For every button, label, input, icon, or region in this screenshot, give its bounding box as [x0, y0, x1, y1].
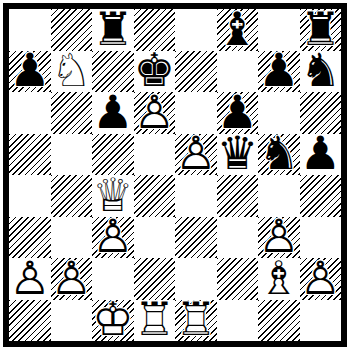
square-b2[interactable]: ♟♙	[51, 258, 93, 300]
piece-black-pawn: ♟	[92, 92, 134, 134]
piece-white-queen: ♛♕	[92, 175, 134, 217]
square-a2[interactable]: ♟♙	[9, 258, 51, 300]
white-pawn-icon: ♟	[92, 213, 134, 259]
white-pawn-outline-icon: ♙	[51, 255, 93, 301]
square-c1[interactable]: ♚♔	[92, 300, 134, 342]
square-b7[interactable]: ♞♘	[51, 51, 93, 93]
piece-white-knight: ♞♘	[51, 51, 93, 93]
square-d3[interactable]	[134, 217, 176, 259]
piece-black-rook: ♜	[92, 9, 134, 51]
square-d4[interactable]	[134, 175, 176, 217]
square-g4[interactable]	[258, 175, 300, 217]
white-king-outline-icon: ♔	[92, 296, 134, 342]
white-rook-outline-icon: ♖	[175, 296, 217, 342]
white-rook-icon: ♜	[175, 296, 217, 342]
white-pawn-icon: ♟	[9, 255, 51, 301]
square-c2[interactable]	[92, 258, 134, 300]
square-b4[interactable]	[51, 175, 93, 217]
square-f7[interactable]	[217, 51, 259, 93]
piece-white-bishop: ♝♗	[258, 258, 300, 300]
piece-black-pawn: ♟	[258, 51, 300, 93]
black-pawn-icon: ♟	[258, 47, 300, 93]
piece-white-pawn: ♟♙	[300, 258, 342, 300]
piece-black-queen: ♛	[217, 134, 259, 176]
black-rook-icon: ♜	[300, 6, 342, 52]
square-g2[interactable]: ♝♗	[258, 258, 300, 300]
square-e5[interactable]: ♟♙	[175, 134, 217, 176]
piece-black-knight: ♞	[258, 134, 300, 176]
piece-white-pawn: ♟♙	[175, 134, 217, 176]
piece-black-knight: ♞	[300, 51, 342, 93]
chess-diagram: ♜♝♜♟♞♘♚♟♞♟♟♙♟♟♙♛♞♟♛♕♟♙♟♙♟♙♟♙♝♗♟♙♚♔♜♖♜♖	[0, 0, 350, 350]
square-h3[interactable]	[300, 217, 342, 259]
square-h7[interactable]: ♞	[300, 51, 342, 93]
square-e8[interactable]	[175, 9, 217, 51]
square-d8[interactable]	[134, 9, 176, 51]
white-pawn-outline-icon: ♙	[134, 89, 176, 135]
black-queen-icon: ♛	[217, 130, 259, 176]
square-h8[interactable]: ♜	[300, 9, 342, 51]
square-h6[interactable]	[300, 92, 342, 134]
piece-white-king: ♚♔	[92, 300, 134, 342]
square-a5[interactable]	[9, 134, 51, 176]
white-bishop-icon: ♝	[258, 255, 300, 301]
piece-white-rook: ♜♖	[134, 300, 176, 342]
square-e3[interactable]	[175, 217, 217, 259]
square-c5[interactable]	[92, 134, 134, 176]
white-queen-icon: ♛	[92, 172, 134, 218]
square-g6[interactable]	[258, 92, 300, 134]
white-bishop-outline-icon: ♗	[258, 255, 300, 301]
white-king-icon: ♚	[92, 296, 134, 342]
square-d2[interactable]	[134, 258, 176, 300]
square-g7[interactable]: ♟	[258, 51, 300, 93]
white-queen-outline-icon: ♕	[92, 172, 134, 218]
white-pawn-outline-icon: ♙	[9, 255, 51, 301]
black-rook-icon: ♜	[92, 6, 134, 52]
chess-board: ♜♝♜♟♞♘♚♟♞♟♟♙♟♟♙♛♞♟♛♕♟♙♟♙♟♙♟♙♝♗♟♙♚♔♜♖♜♖	[9, 9, 341, 341]
board-frame: ♜♝♜♟♞♘♚♟♞♟♟♙♟♟♙♛♞♟♛♕♟♙♟♙♟♙♟♙♝♗♟♙♚♔♜♖♜♖	[3, 3, 347, 347]
piece-black-rook: ♜	[300, 9, 342, 51]
square-a4[interactable]	[9, 175, 51, 217]
square-d5[interactable]	[134, 134, 176, 176]
black-pawn-icon: ♟	[217, 89, 259, 135]
black-pawn-icon: ♟	[92, 89, 134, 135]
piece-black-pawn: ♟	[217, 92, 259, 134]
white-knight-outline-icon: ♘	[51, 47, 93, 93]
white-pawn-outline-icon: ♙	[258, 213, 300, 259]
white-pawn-icon: ♟	[258, 213, 300, 259]
white-knight-icon: ♞	[51, 47, 93, 93]
piece-black-king: ♚	[134, 51, 176, 93]
square-b6[interactable]	[51, 92, 93, 134]
piece-black-pawn: ♟	[300, 134, 342, 176]
square-d6[interactable]: ♟♙	[134, 92, 176, 134]
black-knight-icon: ♞	[300, 47, 342, 93]
square-d7[interactable]: ♚	[134, 51, 176, 93]
square-h1[interactable]	[300, 300, 342, 342]
square-e1[interactable]: ♜♖	[175, 300, 217, 342]
square-b5[interactable]	[51, 134, 93, 176]
square-f5[interactable]: ♛	[217, 134, 259, 176]
white-pawn-outline-icon: ♙	[175, 130, 217, 176]
square-g8[interactable]	[258, 9, 300, 51]
square-a3[interactable]	[9, 217, 51, 259]
square-f8[interactable]: ♝	[217, 9, 259, 51]
square-a1[interactable]	[9, 300, 51, 342]
square-g5[interactable]: ♞	[258, 134, 300, 176]
square-h5[interactable]: ♟	[300, 134, 342, 176]
square-e2[interactable]	[175, 258, 217, 300]
square-e4[interactable]	[175, 175, 217, 217]
square-e6[interactable]	[175, 92, 217, 134]
square-f4[interactable]	[217, 175, 259, 217]
square-h2[interactable]: ♟♙	[300, 258, 342, 300]
square-f6[interactable]: ♟	[217, 92, 259, 134]
square-f2[interactable]	[217, 258, 259, 300]
square-f1[interactable]	[217, 300, 259, 342]
white-pawn-icon: ♟	[300, 255, 342, 301]
square-e7[interactable]	[175, 51, 217, 93]
piece-white-pawn: ♟♙	[9, 258, 51, 300]
piece-white-pawn: ♟♙	[92, 217, 134, 259]
square-d1[interactable]: ♜♖	[134, 300, 176, 342]
white-rook-outline-icon: ♖	[134, 296, 176, 342]
square-f3[interactable]	[217, 217, 259, 259]
square-b3[interactable]	[51, 217, 93, 259]
square-b8[interactable]	[51, 9, 93, 51]
square-g1[interactable]	[258, 300, 300, 342]
square-a6[interactable]	[9, 92, 51, 134]
piece-white-pawn: ♟♙	[51, 258, 93, 300]
black-king-icon: ♚	[134, 47, 176, 93]
square-c4[interactable]: ♛♕	[92, 175, 134, 217]
white-rook-icon: ♜	[134, 296, 176, 342]
piece-white-pawn: ♟♙	[258, 217, 300, 259]
square-g3[interactable]: ♟♙	[258, 217, 300, 259]
white-pawn-icon: ♟	[175, 130, 217, 176]
piece-black-pawn: ♟	[9, 51, 51, 93]
black-pawn-icon: ♟	[300, 130, 342, 176]
square-c8[interactable]: ♜	[92, 9, 134, 51]
piece-white-rook: ♜♖	[175, 300, 217, 342]
black-knight-icon: ♞	[258, 130, 300, 176]
white-pawn-icon: ♟	[134, 89, 176, 135]
white-pawn-outline-icon: ♙	[300, 255, 342, 301]
black-pawn-icon: ♟	[9, 47, 51, 93]
square-b1[interactable]	[51, 300, 93, 342]
piece-black-bishop: ♝	[217, 9, 259, 51]
black-bishop-icon: ♝	[217, 6, 259, 52]
square-c7[interactable]	[92, 51, 134, 93]
square-c3[interactable]: ♟♙	[92, 217, 134, 259]
piece-white-pawn: ♟♙	[134, 92, 176, 134]
white-pawn-icon: ♟	[51, 255, 93, 301]
square-c6[interactable]: ♟	[92, 92, 134, 134]
square-a8[interactable]	[9, 9, 51, 51]
square-h4[interactable]	[300, 175, 342, 217]
white-pawn-outline-icon: ♙	[92, 213, 134, 259]
square-a7[interactable]: ♟	[9, 51, 51, 93]
